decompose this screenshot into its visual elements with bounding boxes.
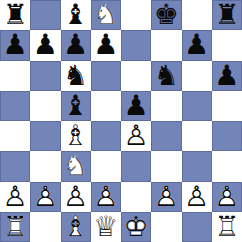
piece-black-pawn[interactable]: ♟ — [121, 91, 151, 121]
square-c1[interactable]: ♝ — [61, 212, 91, 242]
square-b1[interactable] — [30, 212, 60, 242]
square-c5[interactable]: ♝ — [61, 91, 91, 121]
square-f8[interactable]: ♚ — [151, 0, 181, 30]
piece-black-pawn[interactable]: ♟ — [61, 30, 91, 60]
square-b2[interactable]: ♟ — [30, 182, 60, 212]
square-g7[interactable]: ♟ — [182, 30, 212, 60]
square-e3[interactable] — [121, 151, 151, 181]
square-g1[interactable] — [182, 212, 212, 242]
square-e1[interactable]: ♚ — [121, 212, 151, 242]
square-a7[interactable]: ♟ — [0, 30, 30, 60]
square-d6[interactable] — [91, 61, 121, 91]
square-f3[interactable] — [151, 151, 181, 181]
square-h1[interactable]: ♜ — [212, 212, 242, 242]
square-h5[interactable] — [212, 91, 242, 121]
square-e7[interactable] — [121, 30, 151, 60]
square-e8[interactable] — [121, 0, 151, 30]
square-d3[interactable] — [91, 151, 121, 181]
square-g6[interactable] — [182, 61, 212, 91]
square-b6[interactable] — [30, 61, 60, 91]
square-f6[interactable]: ♞ — [151, 61, 181, 91]
piece-black-pawn[interactable]: ♟ — [91, 30, 121, 60]
square-g3[interactable] — [182, 151, 212, 181]
piece-white-bishop[interactable]: ♝ — [61, 121, 91, 151]
square-c6[interactable]: ♞ — [61, 61, 91, 91]
piece-black-king[interactable]: ♚ — [151, 0, 181, 30]
piece-white-rook[interactable]: ♜ — [212, 212, 242, 242]
piece-white-rook[interactable]: ♜ — [0, 212, 30, 242]
piece-white-knight[interactable]: ♞ — [61, 151, 91, 181]
piece-black-pawn[interactable]: ♟ — [212, 61, 242, 91]
square-b3[interactable] — [30, 151, 60, 181]
square-a6[interactable] — [0, 61, 30, 91]
piece-white-pawn[interactable]: ♟ — [30, 182, 60, 212]
square-d8[interactable]: ♞ — [91, 0, 121, 30]
square-g4[interactable] — [182, 121, 212, 151]
square-d5[interactable] — [91, 91, 121, 121]
piece-white-pawn[interactable]: ♟ — [61, 182, 91, 212]
square-f1[interactable] — [151, 212, 181, 242]
square-a2[interactable]: ♟ — [0, 182, 30, 212]
piece-white-king[interactable]: ♚ — [121, 212, 151, 242]
square-a3[interactable] — [0, 151, 30, 181]
square-c2[interactable]: ♟ — [61, 182, 91, 212]
piece-white-knight[interactable]: ♞ — [91, 0, 121, 30]
square-d2[interactable]: ♟ — [91, 182, 121, 212]
piece-white-pawn[interactable]: ♟ — [182, 182, 212, 212]
square-b5[interactable] — [30, 91, 60, 121]
piece-white-pawn[interactable]: ♟ — [0, 182, 30, 212]
square-e2[interactable] — [121, 182, 151, 212]
square-h6[interactable]: ♟ — [212, 61, 242, 91]
square-a4[interactable] — [0, 121, 30, 151]
piece-black-bishop[interactable]: ♝ — [61, 91, 91, 121]
square-h7[interactable] — [212, 30, 242, 60]
piece-white-pawn[interactable]: ♟ — [121, 121, 151, 151]
piece-black-bishop[interactable]: ♝ — [61, 0, 91, 30]
square-a1[interactable]: ♜ — [0, 212, 30, 242]
square-h2[interactable]: ♟ — [212, 182, 242, 212]
square-h3[interactable] — [212, 151, 242, 181]
piece-white-bishop[interactable]: ♝ — [61, 212, 91, 242]
square-a5[interactable] — [0, 91, 30, 121]
piece-black-pawn[interactable]: ♟ — [182, 30, 212, 60]
piece-black-knight[interactable]: ♞ — [151, 61, 181, 91]
piece-black-pawn[interactable]: ♟ — [0, 30, 30, 60]
square-f4[interactable] — [151, 121, 181, 151]
piece-white-pawn[interactable]: ♟ — [151, 182, 181, 212]
square-d1[interactable]: ♛ — [91, 212, 121, 242]
square-a8[interactable]: ♜ — [0, 0, 30, 30]
square-g5[interactable] — [182, 91, 212, 121]
square-h8[interactable]: ♜ — [212, 0, 242, 30]
square-b8[interactable] — [30, 0, 60, 30]
square-g8[interactable] — [182, 0, 212, 30]
square-c7[interactable]: ♟ — [61, 30, 91, 60]
square-f2[interactable]: ♟ — [151, 182, 181, 212]
piece-white-pawn[interactable]: ♟ — [212, 182, 242, 212]
square-g2[interactable]: ♟ — [182, 182, 212, 212]
chess-board: ♜♝♞♚♜♟♟♟♟♟♞♞♟♝♟♝♟♞♟♟♟♟♟♟♟♜♝♛♚♜ — [0, 0, 242, 242]
square-c8[interactable]: ♝ — [61, 0, 91, 30]
piece-black-knight[interactable]: ♞ — [61, 61, 91, 91]
piece-black-rook[interactable]: ♜ — [0, 0, 30, 30]
square-d4[interactable] — [91, 121, 121, 151]
square-e4[interactable]: ♟ — [121, 121, 151, 151]
square-b4[interactable] — [30, 121, 60, 151]
square-c3[interactable]: ♞ — [61, 151, 91, 181]
square-d7[interactable]: ♟ — [91, 30, 121, 60]
piece-white-queen[interactable]: ♛ — [91, 212, 121, 242]
square-e6[interactable] — [121, 61, 151, 91]
piece-white-pawn[interactable]: ♟ — [91, 182, 121, 212]
piece-black-pawn[interactable]: ♟ — [30, 30, 60, 60]
square-b7[interactable]: ♟ — [30, 30, 60, 60]
square-h4[interactable] — [212, 121, 242, 151]
square-e5[interactable]: ♟ — [121, 91, 151, 121]
square-c4[interactable]: ♝ — [61, 121, 91, 151]
piece-black-rook[interactable]: ♜ — [212, 0, 242, 30]
square-f5[interactable] — [151, 91, 181, 121]
square-f7[interactable] — [151, 30, 181, 60]
